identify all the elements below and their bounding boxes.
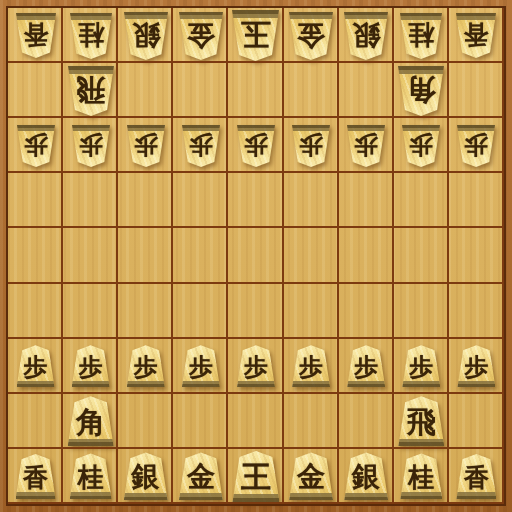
piece-kanji: 香 (464, 465, 489, 490)
cell-r4-c1[interactable] (8, 173, 63, 228)
piece-kanji: 歩 (189, 133, 213, 157)
sente-pawn-piece[interactable]: 歩 (292, 345, 330, 387)
cell-r6-c2[interactable] (63, 284, 118, 339)
cell-r6-c7[interactable] (339, 284, 394, 339)
piece-kanji: 桂 (408, 464, 434, 490)
piece-kanji: 金 (297, 20, 325, 48)
koma-tile: 香 (456, 454, 496, 499)
koma-tile: 金 (289, 12, 333, 60)
gote-pawn-piece[interactable]: 歩 (72, 125, 110, 167)
cell-r6-c1[interactable] (8, 284, 63, 339)
koma-tile: 歩 (127, 345, 165, 387)
gote-pawn-piece[interactable]: 歩 (347, 125, 385, 167)
piece-kanji: 歩 (354, 355, 378, 379)
piece-kanji: 香 (23, 22, 48, 47)
koma-tile: 歩 (182, 345, 220, 387)
gote-mid-piece[interactable]: 銀 (344, 12, 388, 60)
koma-tile: 桂 (400, 13, 442, 59)
cell-r6-c8[interactable] (394, 284, 449, 339)
cell-r8-c6[interactable] (284, 394, 339, 449)
gote-pawn-piece[interactable]: 歩 (457, 125, 495, 167)
cell-r4-c9[interactable] (449, 173, 504, 228)
cell-r1-c9[interactable]: 香 (449, 8, 504, 63)
cell-r3-c1[interactable]: 歩 (8, 118, 63, 173)
sente-pawn-piece[interactable]: 歩 (237, 345, 275, 387)
piece-kanji: 歩 (24, 355, 48, 379)
cell-r1-c6[interactable]: 金 (284, 8, 339, 63)
cell-r7-c7[interactable]: 歩 (339, 339, 394, 394)
piece-kanji: 歩 (244, 355, 268, 379)
koma-tile: 歩 (237, 125, 275, 167)
cell-r7-c1[interactable]: 歩 (8, 339, 63, 394)
cell-r4-c7[interactable] (339, 173, 394, 228)
piece-kanji: 歩 (24, 133, 48, 157)
cell-r3-c8[interactable]: 歩 (394, 118, 449, 173)
koma-tile: 桂 (400, 453, 442, 499)
cell-r1-c3[interactable]: 銀 (118, 8, 173, 63)
cell-r6-c4[interactable] (173, 284, 228, 339)
koma-tile: 桂 (70, 453, 112, 499)
cell-r6-c5[interactable] (228, 284, 283, 339)
koma-tile: 歩 (347, 345, 385, 387)
piece-kanji: 桂 (408, 22, 434, 48)
sente-mid-piece[interactable]: 銀 (344, 452, 388, 500)
koma-tile: 銀 (344, 12, 388, 60)
piece-kanji: 歩 (409, 133, 433, 157)
koma-tile: 香 (456, 13, 496, 58)
piece-kanji: 桂 (78, 22, 104, 48)
cell-r8-c1[interactable] (8, 394, 63, 449)
gote-mid-piece[interactable]: 金 (289, 12, 333, 60)
cell-r7-c4[interactable]: 歩 (173, 339, 228, 394)
gote-major-piece[interactable]: 角 (398, 66, 444, 116)
piece-kanji: 金 (297, 464, 325, 492)
cell-r5-c5[interactable] (228, 228, 283, 283)
cell-r6-c3[interactable] (118, 284, 173, 339)
piece-kanji: 銀 (352, 464, 380, 492)
cell-r4-c5[interactable] (228, 173, 283, 228)
cell-r3-c9[interactable]: 歩 (449, 118, 504, 173)
koma-tile: 飛 (398, 396, 444, 446)
koma-tile: 歩 (182, 125, 220, 167)
piece-kanji: 桂 (78, 464, 104, 490)
cell-r1-c1[interactable]: 香 (8, 8, 63, 63)
koma-tile: 銀 (344, 452, 388, 500)
cell-r8-c2[interactable]: 角 (63, 394, 118, 449)
koma-tile: 歩 (457, 125, 495, 167)
cell-r8-c9[interactable] (449, 394, 504, 449)
koma-tile: 金 (179, 12, 223, 60)
board-frame: 香桂銀金玉金銀桂香飛角歩歩歩歩歩歩歩歩歩歩歩歩歩歩歩歩歩歩角飛香桂銀金王金銀桂香 (0, 0, 512, 512)
cell-r8-c8[interactable]: 飛 (394, 394, 449, 449)
koma-tile: 歩 (402, 345, 440, 387)
koma-tile: 角 (398, 66, 444, 116)
sente-pawn-piece[interactable]: 歩 (347, 345, 385, 387)
cell-r9-c5[interactable]: 王 (228, 449, 283, 504)
koma-tile: 歩 (17, 125, 55, 167)
gote-lance-piece[interactable]: 香 (16, 13, 56, 58)
koma-tile: 銀 (124, 452, 168, 500)
gote-mid-piece[interactable]: 銀 (124, 12, 168, 60)
koma-tile: 香 (16, 13, 56, 58)
gote-king-piece[interactable]: 玉 (232, 10, 279, 61)
cell-r2-c6[interactable] (284, 63, 339, 118)
cell-r2-c7[interactable] (339, 63, 394, 118)
cell-r7-c3[interactable]: 歩 (118, 339, 173, 394)
cell-r2-c9[interactable] (449, 63, 504, 118)
gote-lance-piece[interactable]: 香 (456, 13, 496, 58)
cell-r5-c6[interactable] (284, 228, 339, 283)
cell-r3-c7[interactable]: 歩 (339, 118, 394, 173)
cell-r5-c7[interactable] (339, 228, 394, 283)
piece-kanji: 金 (187, 464, 215, 492)
piece-kanji: 歩 (409, 355, 433, 379)
cell-r9-c1[interactable]: 香 (8, 449, 63, 504)
piece-kanji: 香 (23, 465, 48, 490)
piece-kanji: 歩 (79, 133, 103, 157)
sente-pawn-piece[interactable]: 歩 (127, 345, 165, 387)
koma-tile: 歩 (127, 125, 165, 167)
piece-kanji: 角 (407, 75, 436, 104)
cell-r5-c3[interactable] (118, 228, 173, 283)
cell-r7-c9[interactable]: 歩 (449, 339, 504, 394)
sente-pawn-piece[interactable]: 歩 (72, 345, 110, 387)
sente-pawn-piece[interactable]: 歩 (17, 345, 55, 387)
piece-kanji: 香 (464, 22, 489, 47)
piece-kanji: 歩 (299, 133, 323, 157)
sente-knight-piece[interactable]: 桂 (70, 453, 112, 499)
piece-kanji: 飛 (76, 75, 105, 104)
cell-r1-c4[interactable]: 金 (173, 8, 228, 63)
piece-kanji: 金 (187, 20, 215, 48)
shogi-board[interactable]: 香桂銀金玉金銀桂香飛角歩歩歩歩歩歩歩歩歩歩歩歩歩歩歩歩歩歩角飛香桂銀金王金銀桂香 (6, 6, 506, 506)
cell-r2-c5[interactable] (228, 63, 283, 118)
sente-major-piece[interactable]: 飛 (398, 396, 444, 446)
cell-r3-c6[interactable]: 歩 (284, 118, 339, 173)
cell-r5-c9[interactable] (449, 228, 504, 283)
cell-r7-c2[interactable]: 歩 (63, 339, 118, 394)
piece-kanji: 玉 (241, 19, 271, 49)
cell-r2-c4[interactable] (173, 63, 228, 118)
cell-r8-c4[interactable] (173, 394, 228, 449)
cell-r2-c1[interactable] (8, 63, 63, 118)
koma-tile: 歩 (72, 125, 110, 167)
piece-kanji: 歩 (244, 133, 268, 157)
cell-r9-c8[interactable]: 桂 (394, 449, 449, 504)
koma-tile: 歩 (347, 125, 385, 167)
gote-mid-piece[interactable]: 金 (179, 12, 223, 60)
piece-kanji: 歩 (79, 355, 103, 379)
koma-tile: 歩 (292, 345, 330, 387)
cell-r8-c5[interactable] (228, 394, 283, 449)
cell-r9-c7[interactable]: 銀 (339, 449, 394, 504)
sente-pawn-piece[interactable]: 歩 (182, 345, 220, 387)
koma-tile: 香 (16, 454, 56, 499)
koma-tile: 歩 (17, 345, 55, 387)
cell-r9-c2[interactable]: 桂 (63, 449, 118, 504)
sente-mid-piece[interactable]: 銀 (124, 452, 168, 500)
cell-r8-c7[interactable] (339, 394, 394, 449)
koma-tile: 歩 (292, 125, 330, 167)
piece-kanji: 銀 (352, 20, 380, 48)
cell-r7-c6[interactable]: 歩 (284, 339, 339, 394)
cell-r6-c6[interactable] (284, 284, 339, 339)
sente-mid-piece[interactable]: 金 (179, 452, 223, 500)
gote-knight-piece[interactable]: 桂 (70, 13, 112, 59)
koma-tile: 歩 (237, 345, 275, 387)
gote-knight-piece[interactable]: 桂 (400, 13, 442, 59)
cell-r6-c9[interactable] (449, 284, 504, 339)
sente-lance-piece[interactable]: 香 (16, 454, 56, 499)
cell-r5-c2[interactable] (63, 228, 118, 283)
cell-r2-c8[interactable]: 角 (394, 63, 449, 118)
piece-kanji: 歩 (464, 355, 488, 379)
cell-r7-c5[interactable]: 歩 (228, 339, 283, 394)
sente-lance-piece[interactable]: 香 (456, 454, 496, 499)
sente-pawn-piece[interactable]: 歩 (402, 345, 440, 387)
koma-tile: 歩 (457, 345, 495, 387)
cell-r5-c4[interactable] (173, 228, 228, 283)
piece-kanji: 歩 (299, 355, 323, 379)
cell-r9-c6[interactable]: 金 (284, 449, 339, 504)
koma-tile: 桂 (70, 13, 112, 59)
piece-kanji: 歩 (464, 133, 488, 157)
piece-kanji: 角 (76, 408, 105, 437)
cell-r2-c2[interactable]: 飛 (63, 63, 118, 118)
cell-r4-c8[interactable] (394, 173, 449, 228)
gote-pawn-piece[interactable]: 歩 (292, 125, 330, 167)
gote-pawn-piece[interactable]: 歩 (17, 125, 55, 167)
cell-r1-c2[interactable]: 桂 (63, 8, 118, 63)
cell-r5-c1[interactable] (8, 228, 63, 283)
gote-pawn-piece[interactable]: 歩 (402, 125, 440, 167)
cell-r1-c7[interactable]: 銀 (339, 8, 394, 63)
piece-kanji: 銀 (132, 464, 160, 492)
sente-mid-piece[interactable]: 金 (289, 452, 333, 500)
cell-r1-c5[interactable]: 玉 (228, 8, 283, 63)
piece-kanji: 王 (241, 463, 271, 493)
cell-r7-c8[interactable]: 歩 (394, 339, 449, 394)
cell-r4-c2[interactable] (63, 173, 118, 228)
cell-r5-c8[interactable] (394, 228, 449, 283)
koma-tile: 歩 (402, 125, 440, 167)
cell-r8-c3[interactable] (118, 394, 173, 449)
cell-r9-c4[interactable]: 金 (173, 449, 228, 504)
gote-pawn-piece[interactable]: 歩 (237, 125, 275, 167)
koma-tile: 金 (289, 452, 333, 500)
cell-r9-c3[interactable]: 銀 (118, 449, 173, 504)
sente-king-piece[interactable]: 王 (232, 451, 279, 502)
koma-tile: 飛 (68, 66, 114, 116)
gote-pawn-piece[interactable]: 歩 (127, 125, 165, 167)
koma-tile: 金 (179, 452, 223, 500)
cell-r4-c6[interactable] (284, 173, 339, 228)
koma-tile: 歩 (72, 345, 110, 387)
cell-r9-c9[interactable]: 香 (449, 449, 504, 504)
piece-kanji: 銀 (132, 20, 160, 48)
cell-r3-c3[interactable]: 歩 (118, 118, 173, 173)
cell-r1-c8[interactable]: 桂 (394, 8, 449, 63)
gote-major-piece[interactable]: 飛 (68, 66, 114, 116)
cell-r3-c4[interactable]: 歩 (173, 118, 228, 173)
cell-r3-c2[interactable]: 歩 (63, 118, 118, 173)
piece-kanji: 歩 (354, 133, 378, 157)
cell-r2-c3[interactable] (118, 63, 173, 118)
sente-major-piece[interactable]: 角 (68, 396, 114, 446)
gote-pawn-piece[interactable]: 歩 (182, 125, 220, 167)
piece-kanji: 飛 (407, 408, 436, 437)
sente-knight-piece[interactable]: 桂 (400, 453, 442, 499)
koma-tile: 銀 (124, 12, 168, 60)
koma-tile: 角 (68, 396, 114, 446)
koma-tile: 王 (232, 451, 279, 502)
cell-r4-c3[interactable] (118, 173, 173, 228)
koma-tile: 玉 (232, 10, 279, 61)
cell-r3-c5[interactable]: 歩 (228, 118, 283, 173)
sente-pawn-piece[interactable]: 歩 (457, 345, 495, 387)
cell-r4-c4[interactable] (173, 173, 228, 228)
piece-kanji: 歩 (134, 355, 158, 379)
piece-kanji: 歩 (134, 133, 158, 157)
piece-kanji: 歩 (189, 355, 213, 379)
